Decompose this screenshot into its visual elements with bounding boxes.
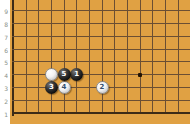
grid-line-horizontal	[12, 36, 190, 37]
grid-line-horizontal	[12, 112, 190, 114]
grid-line-horizontal	[12, 49, 190, 50]
coordinate-gutter: 987654321	[0, 0, 10, 124]
row-label-3: 3	[0, 86, 8, 92]
grid-line-horizontal	[12, 74, 190, 75]
stone-white-setup-C4	[45, 68, 58, 81]
row-label-4: 4	[0, 73, 8, 79]
grid-line-vertical	[102, 0, 103, 114]
row-label-1: 1	[0, 112, 8, 118]
move-number: 1	[74, 68, 79, 81]
row-label-5: 5	[0, 60, 8, 66]
grid-line-vertical	[51, 0, 52, 114]
grid-line-vertical	[165, 0, 166, 114]
grid-line-vertical	[64, 0, 65, 114]
board-edge-line	[12, 0, 14, 116]
grid-line-vertical	[178, 0, 179, 114]
row-label-9: 9	[0, 9, 8, 15]
grid-line-vertical	[127, 0, 128, 114]
grid-line-vertical	[38, 0, 39, 114]
grid-line-horizontal	[12, 10, 190, 11]
grid-line-horizontal	[12, 23, 190, 24]
go-board[interactable]: 12345	[10, 0, 190, 124]
grid-line-vertical	[140, 0, 141, 114]
stone-white-2-G3: 2	[96, 81, 109, 94]
star-point	[138, 73, 142, 77]
row-label-7: 7	[0, 35, 8, 41]
row-label-8: 8	[0, 22, 8, 28]
grid-line-horizontal	[12, 61, 190, 62]
grid-line-vertical	[26, 0, 27, 114]
stone-black-3-C3: 3	[45, 81, 58, 94]
grid-line-vertical	[114, 0, 115, 114]
grid-line-vertical	[89, 0, 90, 114]
stone-white-4-D3: 4	[58, 81, 71, 94]
grid-line-horizontal	[12, 100, 190, 101]
move-number: 3	[49, 81, 54, 94]
grid-line-vertical	[152, 0, 153, 114]
go-diagram-screenshot: 12345 987654321	[0, 0, 190, 124]
row-label-6: 6	[0, 48, 8, 54]
stone-black-1-E4: 1	[70, 68, 83, 81]
move-number: 5	[62, 68, 67, 81]
row-label-2: 2	[0, 99, 8, 105]
move-number: 4	[62, 81, 67, 94]
move-number: 2	[100, 81, 105, 94]
grid-line-vertical	[76, 0, 77, 114]
stone-black-5-D4: 5	[58, 68, 71, 81]
